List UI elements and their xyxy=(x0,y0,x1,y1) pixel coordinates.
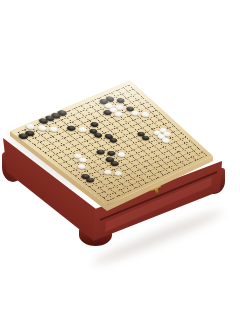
black-stone xyxy=(92,132,103,139)
white-stone xyxy=(160,137,170,144)
white-stone xyxy=(140,111,151,118)
go-set-photo xyxy=(0,0,240,320)
white-stone xyxy=(48,126,60,133)
black-stone xyxy=(85,177,96,184)
white-stone xyxy=(25,123,37,130)
black-stone xyxy=(95,149,106,156)
black-stone xyxy=(140,135,151,142)
white-stone xyxy=(102,169,113,176)
black-stone xyxy=(89,121,101,128)
white-stone xyxy=(116,151,127,158)
black-stone xyxy=(106,150,117,157)
drawer-knob-stem xyxy=(155,188,159,193)
white-stone xyxy=(113,170,124,177)
white-stone xyxy=(77,126,89,133)
black-stone xyxy=(108,137,119,144)
white-stone xyxy=(113,111,124,118)
white-stone xyxy=(36,124,48,131)
black-stone xyxy=(65,125,77,132)
black-stone xyxy=(115,97,126,104)
black-stone xyxy=(109,160,120,167)
white-stone xyxy=(77,157,88,164)
white-stone xyxy=(76,163,87,170)
white-stone xyxy=(129,110,140,117)
